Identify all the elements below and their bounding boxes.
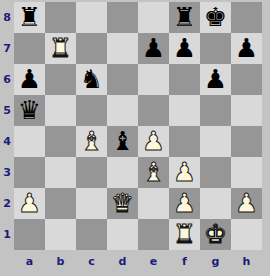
square-h3[interactable] (231, 157, 262, 188)
square-f1[interactable]: ♜ (169, 219, 200, 250)
file-label-b: b (45, 250, 76, 272)
square-c5[interactable] (76, 95, 107, 126)
chess-diagram: 87654321 ♜♜♚♜♟♟♟♟♞♟♛♝♝♟♝♟♟♛♟♟♜♚ abcdefgh (0, 0, 270, 276)
black-rook-icon: ♜ (173, 2, 196, 33)
white-queen-icon: ♛ (111, 188, 134, 219)
square-d3[interactable] (107, 157, 138, 188)
square-d7[interactable] (107, 33, 138, 64)
square-h2[interactable]: ♟ (231, 188, 262, 219)
square-a2[interactable]: ♟ (14, 188, 45, 219)
rank-label-6: 6 (0, 64, 14, 95)
square-f2[interactable]: ♟ (169, 188, 200, 219)
white-rook-icon: ♜ (49, 33, 72, 64)
square-g5[interactable] (200, 95, 231, 126)
rank-label-5: 5 (0, 95, 14, 126)
rank-label-4: 4 (0, 126, 14, 157)
square-h8[interactable] (231, 2, 262, 33)
black-pawn-icon: ♟ (18, 64, 41, 95)
chess-board: ♜♜♚♜♟♟♟♟♞♟♛♝♝♟♝♟♟♛♟♟♜♚ (14, 2, 262, 250)
white-bishop-icon: ♝ (80, 126, 103, 157)
file-label-f: f (169, 250, 200, 272)
white-pawn-icon: ♟ (235, 188, 258, 219)
square-c7[interactable] (76, 33, 107, 64)
file-label-a: a (14, 250, 45, 272)
square-h7[interactable]: ♟ (231, 33, 262, 64)
square-e2[interactable] (138, 188, 169, 219)
square-g1[interactable]: ♚ (200, 219, 231, 250)
black-rook-icon: ♜ (18, 2, 41, 33)
file-label-h: h (231, 250, 262, 272)
square-d8[interactable] (107, 2, 138, 33)
square-f5[interactable] (169, 95, 200, 126)
square-b3[interactable] (45, 157, 76, 188)
square-e6[interactable] (138, 64, 169, 95)
square-e7[interactable]: ♟ (138, 33, 169, 64)
white-pawn-icon: ♟ (173, 188, 196, 219)
square-c2[interactable] (76, 188, 107, 219)
black-bishop-icon: ♝ (111, 126, 134, 157)
square-c8[interactable] (76, 2, 107, 33)
square-g3[interactable] (200, 157, 231, 188)
black-king-icon: ♚ (204, 2, 227, 33)
square-a5[interactable]: ♛ (14, 95, 45, 126)
square-b1[interactable] (45, 219, 76, 250)
square-a3[interactable] (14, 157, 45, 188)
white-bishop-icon: ♝ (142, 157, 165, 188)
rank-label-8: 8 (0, 2, 14, 33)
square-b7[interactable]: ♜ (45, 33, 76, 64)
rank-label-7: 7 (0, 33, 14, 64)
square-g2[interactable] (200, 188, 231, 219)
square-a6[interactable]: ♟ (14, 64, 45, 95)
white-king-icon: ♚ (204, 219, 227, 250)
black-pawn-icon: ♟ (173, 33, 196, 64)
square-e5[interactable] (138, 95, 169, 126)
white-rook-icon: ♜ (173, 219, 196, 250)
rank-label-2: 2 (0, 188, 14, 219)
square-a4[interactable] (14, 126, 45, 157)
square-f8[interactable]: ♜ (169, 2, 200, 33)
rank-label-1: 1 (0, 219, 14, 250)
square-f6[interactable] (169, 64, 200, 95)
square-e3[interactable]: ♝ (138, 157, 169, 188)
black-pawn-icon: ♟ (204, 64, 227, 95)
file-label-d: d (107, 250, 138, 272)
square-g4[interactable] (200, 126, 231, 157)
square-b8[interactable] (45, 2, 76, 33)
square-d5[interactable] (107, 95, 138, 126)
square-g7[interactable] (200, 33, 231, 64)
square-b4[interactable] (45, 126, 76, 157)
square-c4[interactable]: ♝ (76, 126, 107, 157)
square-f3[interactable]: ♟ (169, 157, 200, 188)
square-e8[interactable] (138, 2, 169, 33)
file-label-e: e (138, 250, 169, 272)
square-h6[interactable] (231, 64, 262, 95)
square-h5[interactable] (231, 95, 262, 126)
square-d1[interactable] (107, 219, 138, 250)
black-pawn-icon: ♟ (142, 33, 165, 64)
black-queen-icon: ♛ (18, 95, 41, 126)
square-d4[interactable]: ♝ (107, 126, 138, 157)
square-c3[interactable] (76, 157, 107, 188)
square-e4[interactable]: ♟ (138, 126, 169, 157)
square-a7[interactable] (14, 33, 45, 64)
square-b5[interactable] (45, 95, 76, 126)
square-h1[interactable] (231, 219, 262, 250)
square-c1[interactable] (76, 219, 107, 250)
square-f4[interactable] (169, 126, 200, 157)
black-pawn-icon: ♟ (235, 33, 258, 64)
square-d2[interactable]: ♛ (107, 188, 138, 219)
square-b2[interactable] (45, 188, 76, 219)
square-e1[interactable] (138, 219, 169, 250)
file-labels: abcdefgh (14, 250, 262, 272)
file-label-g: g (200, 250, 231, 272)
white-pawn-icon: ♟ (142, 126, 165, 157)
rank-label-3: 3 (0, 157, 14, 188)
square-a1[interactable] (14, 219, 45, 250)
file-label-c: c (76, 250, 107, 272)
white-pawn-icon: ♟ (18, 188, 41, 219)
white-pawn-icon: ♟ (173, 157, 196, 188)
rank-labels: 87654321 (0, 2, 14, 250)
square-a8[interactable]: ♜ (14, 2, 45, 33)
square-b6[interactable] (45, 64, 76, 95)
square-c6[interactable]: ♞ (76, 64, 107, 95)
square-d6[interactable] (107, 64, 138, 95)
square-g8[interactable]: ♚ (200, 2, 231, 33)
black-knight-icon: ♞ (80, 64, 103, 95)
square-f7[interactable]: ♟ (169, 33, 200, 64)
square-h4[interactable] (231, 126, 262, 157)
square-g6[interactable]: ♟ (200, 64, 231, 95)
